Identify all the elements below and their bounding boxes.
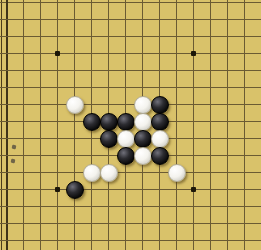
grid-vline [244, 0, 245, 250]
white-stone [168, 164, 186, 182]
black-stone [134, 130, 152, 148]
white-stone [151, 130, 169, 148]
grid-vline [210, 0, 211, 250]
black-stone [151, 96, 169, 114]
white-stone [100, 164, 118, 182]
grid-vline [57, 0, 58, 250]
grid-vline [227, 0, 228, 250]
grid-hline [0, 240, 261, 241]
grid-hline [0, 70, 261, 71]
star-point [191, 51, 196, 56]
grid-hline [0, 189, 261, 190]
white-stone [117, 130, 135, 148]
black-stone [100, 113, 118, 131]
left-edge-artifact-mark [12, 145, 17, 150]
grid-vline [176, 0, 177, 250]
grid-hline [0, 206, 261, 207]
star-point [55, 51, 60, 56]
white-stone [134, 96, 152, 114]
black-stone [100, 130, 118, 148]
grid-vline [23, 0, 24, 250]
black-stone [117, 147, 135, 165]
black-stone [83, 113, 101, 131]
grid-hline [0, 104, 261, 105]
grid-hline [0, 223, 261, 224]
grid-vline [40, 0, 41, 250]
black-stone [151, 113, 169, 131]
board-left-frame-line [1, 0, 2, 250]
white-stone [83, 164, 101, 182]
black-stone [117, 113, 135, 131]
grid-hline [0, 53, 261, 54]
left-edge-artifact-mark [11, 159, 16, 164]
white-stone [134, 113, 152, 131]
star-point [55, 187, 60, 192]
grid-hline [0, 87, 261, 88]
black-stone [151, 147, 169, 165]
white-stone [134, 147, 152, 165]
grid-vline [74, 0, 75, 250]
grid-vline [6, 0, 8, 250]
star-point [191, 187, 196, 192]
grid-hline [0, 172, 261, 173]
grid-vline [193, 0, 194, 250]
gomoku-board[interactable] [0, 0, 261, 250]
white-stone [66, 96, 84, 114]
black-stone [66, 181, 84, 199]
